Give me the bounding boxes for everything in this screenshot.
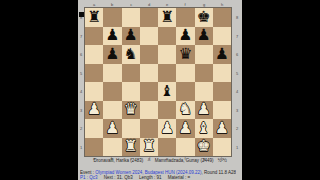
file-label-h: h bbox=[217, 3, 226, 6]
info-line: P1 : Qc3 Next : 31. Qb3 Length : 91 Mate… bbox=[78, 169, 242, 175]
square-c8[interactable] bbox=[122, 8, 140, 27]
square-d6[interactable] bbox=[140, 45, 158, 64]
square-e1[interactable] bbox=[158, 138, 176, 157]
white-pawn[interactable]: ♟ bbox=[197, 102, 211, 118]
square-a2[interactable] bbox=[85, 119, 103, 138]
square-b6[interactable]: ♟ bbox=[103, 45, 121, 64]
white-pawn[interactable]: ♟ bbox=[160, 121, 174, 137]
white-rook[interactable]: ♜ bbox=[142, 139, 156, 155]
square-f1[interactable] bbox=[176, 138, 194, 157]
white-player-elo: (2483) bbox=[130, 158, 143, 163]
white-pawn[interactable]: ♟ bbox=[215, 121, 229, 137]
square-a7[interactable] bbox=[85, 27, 103, 46]
file-label-b: b bbox=[108, 3, 117, 6]
square-a6[interactable] bbox=[85, 45, 103, 64]
square-d5[interactable] bbox=[140, 64, 158, 83]
square-h7[interactable] bbox=[213, 27, 231, 46]
rank-label-1: 1 bbox=[80, 142, 83, 151]
file-label-f: f bbox=[181, 3, 190, 6]
square-c5[interactable] bbox=[122, 64, 140, 83]
rank-label-3: 3 bbox=[236, 105, 239, 114]
square-b1[interactable] bbox=[103, 138, 121, 157]
square-f5[interactable] bbox=[176, 64, 194, 83]
black-pawn[interactable]: ♟ bbox=[215, 47, 229, 63]
square-e6[interactable] bbox=[158, 45, 176, 64]
rank-label-5: 5 bbox=[80, 68, 83, 77]
square-e4[interactable]: ♝ bbox=[158, 82, 176, 101]
chess-board: ♜♜♚♟♟♟♟♟♞♛♟♝♟♛♞♟♟♟♟♝♟♜♜♚ bbox=[85, 8, 231, 156]
black-pawn[interactable]: ♟ bbox=[178, 28, 192, 44]
square-g6[interactable] bbox=[195, 45, 213, 64]
black-pawn[interactable]: ♟ bbox=[124, 28, 138, 44]
square-b2[interactable]: ♟ bbox=[103, 119, 121, 138]
square-c4[interactable] bbox=[122, 82, 140, 101]
square-c2[interactable] bbox=[122, 119, 140, 138]
file-label-a: a bbox=[90, 3, 99, 6]
square-f2[interactable]: ♟ bbox=[176, 119, 194, 138]
letterbox-left bbox=[0, 0, 78, 180]
square-h8[interactable] bbox=[213, 8, 231, 27]
white-player-name: Dronavalli, Harika bbox=[93, 158, 129, 163]
square-d7[interactable] bbox=[140, 27, 158, 46]
square-c6[interactable]: ♞ bbox=[122, 45, 140, 64]
square-e3[interactable] bbox=[158, 101, 176, 120]
square-g5[interactable] bbox=[195, 64, 213, 83]
rank-label-7: 7 bbox=[80, 31, 83, 40]
square-f4[interactable] bbox=[176, 82, 194, 101]
square-g8[interactable]: ♚ bbox=[195, 8, 213, 27]
black-player-name: Mammadzada, Gunay bbox=[155, 158, 199, 163]
square-e8[interactable]: ♜ bbox=[158, 8, 176, 27]
square-d1[interactable]: ♜ bbox=[140, 138, 158, 157]
rank-labels-left: 87654321 bbox=[78, 8, 84, 156]
square-h5[interactable] bbox=[213, 64, 231, 83]
game-result: ½-½ bbox=[218, 158, 227, 163]
square-a5[interactable] bbox=[85, 64, 103, 83]
next-move: Next : 31. Qb3 bbox=[104, 175, 133, 180]
square-a1[interactable] bbox=[85, 138, 103, 157]
black-pawn[interactable]: ♟ bbox=[105, 47, 119, 63]
square-g7[interactable]: ♟ bbox=[195, 27, 213, 46]
white-pawn[interactable]: ♟ bbox=[87, 102, 101, 118]
square-f7[interactable]: ♟ bbox=[176, 27, 194, 46]
black-pawn[interactable]: ♟ bbox=[197, 28, 211, 44]
rank-label-5: 5 bbox=[236, 68, 239, 77]
square-c1[interactable]: ♜ bbox=[122, 138, 140, 157]
rank-label-7: 7 bbox=[236, 31, 239, 40]
square-d8[interactable] bbox=[140, 8, 158, 27]
black-rook[interactable]: ♜ bbox=[160, 10, 174, 26]
white-queen[interactable]: ♛ bbox=[124, 102, 138, 118]
file-label-c: c bbox=[126, 3, 135, 6]
material-balance: Material : = bbox=[168, 175, 190, 180]
white-knight[interactable]: ♞ bbox=[178, 102, 192, 118]
square-g2[interactable]: ♝ bbox=[195, 119, 213, 138]
square-b4[interactable] bbox=[103, 82, 121, 101]
square-c3[interactable]: ♛ bbox=[122, 101, 140, 120]
letterbox-right bbox=[242, 0, 320, 180]
side-to-move-indicator bbox=[79, 12, 84, 17]
game-length: Length : 91 bbox=[139, 175, 162, 180]
black-pawn[interactable]: ♟ bbox=[105, 28, 119, 44]
black-queen[interactable]: ♛ bbox=[178, 47, 192, 63]
square-f8[interactable] bbox=[176, 8, 194, 27]
rank-label-2: 2 bbox=[236, 124, 239, 133]
rank-label-1: 1 bbox=[236, 142, 239, 151]
rank-label-6: 6 bbox=[236, 50, 239, 59]
previous-move: P1 : Qc3 bbox=[80, 175, 98, 180]
rank-label-4: 4 bbox=[236, 87, 239, 96]
square-a4[interactable] bbox=[85, 82, 103, 101]
square-a3[interactable]: ♟ bbox=[85, 101, 103, 120]
square-f3[interactable]: ♞ bbox=[176, 101, 194, 120]
square-h4[interactable] bbox=[213, 82, 231, 101]
rank-label-6: 6 bbox=[80, 50, 83, 59]
square-d2[interactable] bbox=[140, 119, 158, 138]
players-separator: -- bbox=[147, 158, 150, 163]
square-a8[interactable]: ♜ bbox=[85, 8, 103, 27]
square-e2[interactable]: ♟ bbox=[158, 119, 176, 138]
file-labels-top: abcdefgh bbox=[85, 1, 231, 7]
rank-label-2: 2 bbox=[80, 124, 83, 133]
white-pawn[interactable]: ♟ bbox=[105, 121, 119, 137]
white-rook[interactable]: ♜ bbox=[124, 139, 138, 155]
square-g1[interactable]: ♚ bbox=[195, 138, 213, 157]
rank-label-3: 3 bbox=[80, 105, 83, 114]
black-rook[interactable]: ♜ bbox=[87, 10, 101, 26]
white-bishop[interactable]: ♝ bbox=[197, 121, 211, 137]
rank-labels-right: 87654321 bbox=[234, 8, 240, 156]
file-label-g: g bbox=[199, 3, 208, 6]
black-player-elo: (2449) bbox=[200, 158, 213, 163]
square-h1[interactable] bbox=[213, 138, 231, 157]
square-c7[interactable]: ♟ bbox=[122, 27, 140, 46]
square-e5[interactable] bbox=[158, 64, 176, 83]
square-d3[interactable] bbox=[140, 101, 158, 120]
square-g3[interactable]: ♟ bbox=[195, 101, 213, 120]
square-f6[interactable]: ♛ bbox=[176, 45, 194, 64]
white-king[interactable]: ♚ bbox=[197, 139, 211, 155]
rank-label-4: 4 bbox=[80, 87, 83, 96]
file-label-d: d bbox=[144, 3, 153, 6]
black-knight[interactable]: ♞ bbox=[124, 47, 138, 63]
white-pawn[interactable]: ♟ bbox=[178, 121, 192, 137]
square-d4[interactable] bbox=[140, 82, 158, 101]
square-h2[interactable]: ♟ bbox=[213, 119, 231, 138]
diagram-background: abcdefgh 87654321 87654321 ♜♜♚♟♟♟♟♟♞♛♟♝♟… bbox=[78, 0, 242, 180]
square-e7[interactable] bbox=[158, 27, 176, 46]
black-king[interactable]: ♚ bbox=[197, 10, 211, 26]
square-h3[interactable] bbox=[213, 101, 231, 120]
rank-label-8: 8 bbox=[236, 13, 239, 22]
square-h6[interactable]: ♟ bbox=[213, 45, 231, 64]
file-label-e: e bbox=[163, 3, 172, 6]
video-frame: abcdefgh 87654321 87654321 ♜♜♚♟♟♟♟♟♞♛♟♝♟… bbox=[0, 0, 320, 180]
square-b3[interactable] bbox=[103, 101, 121, 120]
square-b7[interactable]: ♟ bbox=[103, 27, 121, 46]
square-b8[interactable] bbox=[103, 8, 121, 27]
square-g4[interactable] bbox=[195, 82, 213, 101]
square-b5[interactable] bbox=[103, 64, 121, 83]
black-bishop[interactable]: ♝ bbox=[160, 84, 174, 100]
